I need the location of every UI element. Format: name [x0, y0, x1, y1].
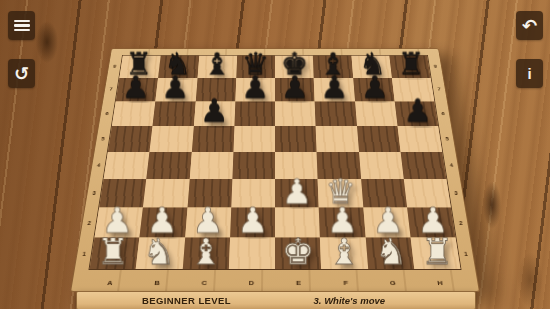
square-b5[interactable] [150, 126, 194, 152]
piece-black-pawn[interactable]: ♟ [403, 95, 432, 127]
move-indicator: 3. White's move [314, 295, 385, 306]
status-bar: BEGINNER LEVEL 3. White's move [76, 291, 476, 309]
rotate-undo-button[interactable]: ↺ [8, 59, 35, 88]
square-g6[interactable] [355, 101, 398, 126]
square-c4[interactable] [189, 152, 233, 179]
square-h6[interactable]: ♟ [394, 101, 438, 126]
piece-white-rook[interactable]: ♜ [421, 234, 453, 270]
piece-black-rook[interactable]: ♜ [397, 49, 424, 79]
square-a5[interactable] [108, 126, 153, 152]
square-c5[interactable] [191, 126, 234, 152]
square-f6[interactable] [315, 101, 357, 126]
square-e6[interactable] [275, 101, 316, 126]
piece-white-pawn[interactable]: ♟ [282, 174, 313, 208]
piece-white-knight[interactable]: ♞ [143, 234, 175, 270]
square-g5[interactable] [357, 126, 401, 152]
piece-white-bishop[interactable]: ♝ [328, 234, 360, 270]
square-f5[interactable] [316, 126, 359, 152]
square-c6[interactable]: ♟ [193, 101, 235, 126]
piece-black-bishop[interactable]: ♝ [203, 49, 230, 79]
square-a4[interactable] [104, 152, 150, 179]
piece-white-king[interactable]: ♚ [282, 234, 314, 270]
square-h8[interactable]: ♜ [389, 56, 431, 78]
square-d1[interactable] [229, 237, 275, 269]
piece-black-pawn[interactable]: ♟ [122, 72, 150, 103]
square-b6[interactable] [153, 101, 196, 126]
square-e7[interactable]: ♟ [275, 78, 315, 101]
rotate-ccw-icon: ↺ [14, 65, 29, 83]
square-c8[interactable]: ♝ [197, 56, 237, 78]
info-icon: i [527, 66, 531, 81]
undo-button[interactable]: ↶ [516, 11, 543, 40]
piece-black-pawn[interactable]: ♟ [200, 95, 229, 127]
piece-black-pawn[interactable]: ♟ [360, 72, 388, 103]
piece-black-pawn[interactable]: ♟ [321, 72, 349, 103]
square-e3[interactable]: ♟ [275, 179, 319, 207]
square-d2[interactable]: ♟ [230, 207, 275, 237]
piece-white-bishop[interactable]: ♝ [189, 234, 221, 270]
square-d5[interactable] [233, 126, 275, 152]
square-g7[interactable]: ♟ [353, 78, 395, 101]
square-b1[interactable]: ♞ [136, 237, 185, 269]
piece-white-rook[interactable]: ♜ [97, 234, 129, 270]
square-f7[interactable]: ♟ [314, 78, 355, 101]
piece-black-pawn[interactable]: ♟ [241, 72, 269, 103]
square-d7[interactable]: ♟ [235, 78, 275, 101]
square-a6[interactable] [112, 101, 156, 126]
square-d6[interactable] [234, 101, 275, 126]
piece-white-pawn[interactable]: ♟ [237, 203, 269, 238]
square-b7[interactable]: ♟ [156, 78, 198, 101]
level-label: BEGINNER LEVEL [142, 295, 231, 306]
menu-icon [14, 20, 30, 32]
square-f1[interactable]: ♝ [320, 237, 368, 269]
chess-board-3d: 87654321 87654321 ABCDEFGH ♜♞♝♛♚♝♞♜♟♟♟♟♟… [70, 48, 480, 292]
square-d4[interactable] [232, 152, 275, 179]
undo-arrow-icon: ↶ [522, 17, 537, 35]
square-g4[interactable] [359, 152, 404, 179]
square-a1[interactable]: ♜ [90, 237, 140, 269]
square-h1[interactable]: ♜ [410, 237, 460, 269]
square-a7[interactable]: ♟ [116, 78, 159, 101]
square-e1[interactable]: ♚ [275, 237, 321, 269]
menu-button[interactable] [8, 11, 35, 40]
info-button[interactable]: i [516, 59, 543, 88]
square-h4[interactable] [400, 152, 446, 179]
piece-black-pawn[interactable]: ♟ [281, 72, 309, 103]
square-c1[interactable]: ♝ [182, 237, 230, 269]
square-h5[interactable] [397, 126, 442, 152]
square-e5[interactable] [275, 126, 317, 152]
piece-black-pawn[interactable]: ♟ [162, 72, 190, 103]
square-b4[interactable] [146, 152, 191, 179]
chess-app-screen: ↺ ↶ i 87654321 87654321 ABCDEFGH ♜♞♝♛♚♝♞… [0, 0, 550, 309]
square-g1[interactable]: ♞ [365, 237, 414, 269]
piece-white-knight[interactable]: ♞ [374, 234, 406, 270]
